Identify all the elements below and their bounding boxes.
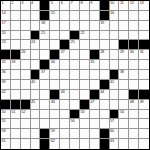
cell-r9c10[interactable]: 44 (100, 90, 110, 100)
cell-r7c1[interactable] (11, 70, 21, 80)
cell-r5c4[interactable] (40, 50, 50, 60)
cell-r12c7[interactable]: 56 (70, 119, 80, 129)
cell-r3c5[interactable] (50, 31, 60, 41)
cell-r8c7[interactable] (70, 80, 80, 90)
cell-r4c3[interactable]: 24 (31, 40, 41, 50)
cell-r10c3[interactable]: 45 (31, 100, 41, 110)
clue-number-10: 10 (110, 1, 114, 6)
cell-r13c1[interactable] (11, 129, 21, 139)
clue-number-42: 42 (2, 90, 6, 95)
cell-r14c3[interactable] (31, 139, 41, 149)
cell-r3c12[interactable] (119, 31, 129, 41)
cell-r11c1[interactable]: 51 (11, 110, 21, 120)
cell-r4c0[interactable]: 23 (1, 40, 11, 50)
clue-number-52: 52 (21, 110, 25, 115)
cell-r9c8[interactable] (80, 90, 90, 100)
cell-r10c13[interactable]: 48 (129, 100, 139, 110)
cell-r1c13[interactable] (129, 11, 139, 21)
cell-r0c13[interactable]: 12 (129, 1, 139, 11)
cell-r7c12[interactable]: 38 (119, 70, 129, 80)
cell-r13c9[interactable] (90, 129, 100, 139)
cell-r11c12[interactable]: 54 (119, 110, 129, 120)
cell-r4c9[interactable] (90, 40, 100, 50)
cell-r6c6[interactable] (60, 60, 70, 70)
cell-r7c6[interactable] (60, 70, 70, 80)
cell-r6c11[interactable] (110, 60, 120, 70)
cell-r8c14[interactable] (139, 80, 149, 90)
cell-r2c9[interactable] (90, 21, 100, 31)
cell-r5c3[interactable] (31, 50, 41, 60)
cell-r14c7[interactable] (70, 139, 80, 149)
cell-r13c3[interactable] (31, 129, 41, 139)
cell-r2c1[interactable] (11, 21, 21, 31)
cell-r11c6[interactable] (60, 110, 70, 120)
black-cell-r0c4 (40, 1, 50, 11)
black-cell-r13c10 (100, 129, 110, 139)
clue-number-35: 35 (90, 60, 94, 65)
cell-r0c14[interactable]: 13 (139, 1, 149, 11)
cell-r14c6[interactable] (60, 139, 70, 149)
clue-number-33: 33 (11, 60, 15, 65)
cell-r2c6[interactable] (60, 21, 70, 31)
cell-r14c2[interactable] (21, 139, 31, 149)
cell-r1c12[interactable] (119, 11, 129, 21)
cell-r8c12[interactable] (119, 80, 129, 90)
cell-r14c9[interactable] (90, 139, 100, 149)
cell-r11c2[interactable]: 52 (21, 110, 31, 120)
cell-r14c13[interactable] (129, 139, 139, 149)
cell-r5c6[interactable]: 27 (60, 50, 70, 60)
clue-number-41: 41 (110, 80, 114, 85)
cell-r4c11[interactable] (110, 40, 120, 50)
cell-r5c14[interactable]: 31 (139, 50, 149, 60)
cell-r10c6[interactable] (60, 100, 70, 110)
cell-r13c2[interactable] (21, 129, 31, 139)
cell-r13c13[interactable] (129, 129, 139, 139)
cell-r8c5[interactable] (50, 80, 60, 90)
clue-number-34: 34 (51, 60, 55, 65)
cell-r11c9[interactable] (90, 110, 100, 120)
cell-r8c4[interactable] (40, 80, 50, 90)
cell-r12c12[interactable] (119, 119, 129, 129)
cell-r5c13[interactable]: 30 (129, 50, 139, 60)
cell-r11c13[interactable] (129, 110, 139, 120)
clue-number-44: 44 (100, 90, 104, 95)
cell-r9c1[interactable] (11, 90, 21, 100)
cell-r13c6[interactable] (60, 129, 70, 139)
cell-r10c5[interactable]: 46 (50, 100, 60, 110)
cell-r5c7[interactable] (70, 50, 80, 60)
cell-r2c3[interactable] (31, 21, 41, 31)
cell-r6c2[interactable] (21, 60, 31, 70)
cell-r12c3[interactable] (31, 119, 41, 129)
cell-r8c1[interactable] (11, 80, 21, 90)
cell-r7c5[interactable] (50, 70, 60, 80)
clue-number-29: 29 (120, 50, 124, 55)
clue-number-55: 55 (2, 119, 6, 124)
clue-number-48: 48 (130, 100, 134, 105)
cell-r11c4[interactable] (40, 110, 50, 120)
cell-r12c8[interactable] (80, 119, 90, 129)
cell-r12c9[interactable] (90, 119, 100, 129)
cell-r0c2[interactable]: 3 (21, 1, 31, 11)
cell-r7c4[interactable]: 37 (40, 70, 50, 80)
clue-number-49: 49 (140, 100, 144, 105)
clue-number-62: 62 (51, 139, 55, 144)
cell-r4c1[interactable] (11, 40, 21, 50)
cell-r0c8[interactable]: 8 (80, 1, 90, 11)
cell-r9c7[interactable] (70, 90, 80, 100)
cell-r1c11[interactable]: 16 (110, 11, 120, 21)
cell-r1c6[interactable] (60, 11, 70, 21)
cell-r12c4[interactable] (40, 119, 50, 129)
clue-number-6: 6 (61, 1, 63, 6)
cell-r12c13[interactable] (129, 119, 139, 129)
cell-r2c7[interactable] (70, 21, 80, 31)
cell-r5c8[interactable] (80, 50, 90, 60)
cell-r7c14[interactable] (139, 70, 149, 80)
cell-r7c9[interactable] (90, 70, 100, 80)
cell-r11c14[interactable] (139, 110, 149, 120)
cell-r11c8[interactable]: 53 (80, 110, 90, 120)
clue-number-31: 31 (140, 50, 144, 55)
cell-r7c13[interactable] (129, 70, 139, 80)
cell-r10c11[interactable] (110, 100, 120, 110)
cell-r6c13[interactable] (129, 60, 139, 70)
cell-r13c8[interactable] (80, 129, 90, 139)
cell-r8c13[interactable] (129, 80, 139, 90)
cell-r0c1[interactable]: 2 (11, 1, 21, 11)
clue-number-47: 47 (90, 100, 94, 105)
cell-r3c9[interactable] (90, 31, 100, 41)
clue-number-20: 20 (2, 31, 6, 36)
cell-r12c10[interactable] (100, 119, 110, 129)
cell-r2c2[interactable] (21, 21, 31, 31)
cell-r10c7[interactable] (70, 100, 80, 110)
cell-r3c8[interactable]: 22 (80, 31, 90, 41)
cell-r13c14[interactable] (139, 129, 149, 139)
cell-r10c9[interactable]: 47 (90, 100, 100, 110)
cell-r12c14[interactable] (139, 119, 149, 129)
clue-number-58: 58 (2, 129, 6, 134)
cell-r1c9[interactable] (90, 11, 100, 21)
cell-r9c6[interactable]: 43 (60, 90, 70, 100)
clue-number-11: 11 (120, 1, 124, 6)
cell-r5c12[interactable]: 29 (119, 50, 129, 60)
clue-number-5: 5 (51, 1, 53, 6)
cell-r14c8[interactable] (80, 139, 90, 149)
cell-r11c10[interactable] (100, 110, 110, 120)
cell-r11c5[interactable] (50, 110, 60, 120)
cell-r0c6[interactable]: 6 (60, 1, 70, 11)
cell-r0c7[interactable]: 7 (70, 1, 80, 11)
black-cell-r14c10 (100, 139, 110, 149)
cell-r0c9[interactable]: 9 (90, 1, 100, 11)
clue-number-8: 8 (80, 1, 82, 6)
crossword-grid: 1234567891011121314151617181920212223242… (0, 0, 150, 150)
cell-r4c8[interactable] (80, 40, 90, 50)
cell-r8c2[interactable] (21, 80, 31, 90)
cell-r3c4[interactable]: 21 (40, 31, 50, 41)
black-cell-r13c4 (40, 129, 50, 139)
clue-number-54: 54 (120, 110, 124, 115)
cell-r13c12[interactable] (119, 129, 129, 139)
clue-number-63: 63 (110, 139, 114, 144)
cell-r8c11[interactable]: 41 (110, 80, 120, 90)
clue-number-61: 61 (2, 139, 6, 144)
clue-number-23: 23 (2, 40, 6, 45)
clue-number-56: 56 (71, 119, 75, 124)
cell-r6c9[interactable]: 35 (90, 60, 100, 70)
cell-r12c1[interactable] (11, 119, 21, 129)
cell-r14c14[interactable] (139, 139, 149, 149)
cell-r3c6[interactable] (60, 31, 70, 41)
cell-r13c7[interactable] (70, 129, 80, 139)
cell-r9c12[interactable] (119, 90, 129, 100)
cell-r6c14[interactable] (139, 60, 149, 70)
clue-number-2: 2 (11, 1, 13, 6)
clue-number-15: 15 (51, 11, 55, 16)
clue-number-22: 22 (80, 31, 84, 36)
clue-number-1: 1 (2, 1, 4, 6)
cell-r9c0[interactable]: 42 (1, 90, 11, 100)
clue-number-45: 45 (31, 100, 35, 105)
cell-r4c5[interactable] (50, 40, 60, 50)
cell-r6c5[interactable]: 34 (50, 60, 60, 70)
cell-r14c0[interactable]: 61 (1, 139, 11, 149)
cell-r1c7[interactable] (70, 11, 80, 21)
cell-r14c12[interactable] (119, 139, 129, 149)
cell-r12c6[interactable] (60, 119, 70, 129)
clue-number-60: 60 (110, 129, 114, 134)
cell-r14c11[interactable]: 63 (110, 139, 120, 149)
clue-number-57: 57 (110, 119, 114, 124)
clue-number-26: 26 (21, 50, 25, 55)
clue-number-21: 21 (41, 31, 45, 36)
cell-r10c10[interactable] (100, 100, 110, 110)
clue-number-53: 53 (80, 110, 84, 115)
cell-r2c13[interactable] (129, 21, 139, 31)
clue-number-14: 14 (2, 11, 6, 16)
cell-r3c10[interactable] (100, 31, 110, 41)
cell-r7c10[interactable] (100, 70, 110, 80)
cell-r1c1[interactable] (11, 11, 21, 21)
cell-r8c9[interactable] (90, 80, 100, 90)
cell-r7c8[interactable] (80, 70, 90, 80)
clue-number-17: 17 (2, 21, 6, 26)
cell-r3c1[interactable] (11, 31, 21, 41)
cell-r8c8[interactable] (80, 80, 90, 90)
cell-r1c5[interactable]: 15 (50, 11, 60, 21)
clue-number-19: 19 (100, 21, 104, 26)
clue-number-28: 28 (100, 50, 104, 55)
cell-r1c2[interactable] (21, 11, 31, 21)
cell-r6c8[interactable] (80, 60, 90, 70)
cell-r2c10[interactable]: 19 (100, 21, 110, 31)
black-cell-r14c4 (40, 139, 50, 149)
clue-number-43: 43 (61, 90, 65, 95)
cell-r7c7[interactable] (70, 70, 80, 80)
clue-number-59: 59 (51, 129, 55, 134)
clue-number-24: 24 (31, 40, 35, 45)
clue-number-25: 25 (71, 40, 75, 45)
cell-r5c10[interactable]: 28 (100, 50, 110, 60)
cell-r12c2[interactable] (21, 119, 31, 129)
clue-number-50: 50 (2, 110, 6, 115)
clue-number-12: 12 (130, 1, 134, 6)
cell-r7c2[interactable] (21, 70, 31, 80)
clue-number-18: 18 (41, 21, 45, 26)
cell-r5c11[interactable] (110, 50, 120, 60)
cell-r5c2[interactable]: 26 (21, 50, 31, 60)
cell-r6c7[interactable] (70, 60, 80, 70)
cell-r6c3[interactable] (31, 60, 41, 70)
cell-r14c1[interactable] (11, 139, 21, 149)
cell-r6c10[interactable] (100, 60, 110, 70)
cell-r14c5[interactable]: 62 (50, 139, 60, 149)
cell-r6c1[interactable]: 33 (11, 60, 21, 70)
clue-number-46: 46 (51, 100, 55, 105)
cell-r2c14[interactable] (139, 21, 149, 31)
cell-r3c11[interactable] (110, 31, 120, 41)
clue-number-51: 51 (11, 110, 15, 115)
cell-r1c14[interactable] (139, 11, 149, 21)
clue-number-4: 4 (31, 1, 33, 6)
cell-r9c11[interactable] (110, 90, 120, 100)
clue-number-39: 39 (2, 80, 6, 85)
cell-r10c14[interactable]: 49 (139, 100, 149, 110)
cell-r2c12[interactable] (119, 21, 129, 31)
clue-number-7: 7 (71, 1, 73, 6)
clue-number-32: 32 (2, 60, 6, 65)
cell-r9c4[interactable] (40, 90, 50, 100)
clue-number-40: 40 (31, 80, 35, 85)
cell-r4c7[interactable]: 25 (70, 40, 80, 50)
cell-r11c3[interactable] (31, 110, 41, 120)
cell-r1c8[interactable] (80, 11, 90, 21)
cell-r2c11[interactable] (110, 21, 120, 31)
black-cell-r0c10 (100, 1, 110, 11)
clue-number-27: 27 (61, 50, 65, 55)
cell-r3c13[interactable] (129, 31, 139, 41)
cell-r8c3[interactable]: 40 (31, 80, 41, 90)
cell-r4c4[interactable] (40, 40, 50, 50)
clue-number-38: 38 (120, 70, 124, 75)
cell-r3c14[interactable] (139, 31, 149, 41)
cell-r1c3[interactable] (31, 11, 41, 21)
cell-r3c2[interactable] (21, 31, 31, 41)
clue-number-30: 30 (130, 50, 134, 55)
cell-r2c5[interactable] (50, 21, 60, 31)
clue-number-9: 9 (90, 1, 92, 6)
clue-number-37: 37 (41, 70, 45, 75)
cell-r0c12[interactable]: 11 (119, 1, 129, 11)
cell-r9c2[interactable] (21, 90, 31, 100)
clue-number-3: 3 (21, 1, 23, 6)
clue-number-36: 36 (2, 70, 6, 75)
cell-r10c4[interactable] (40, 100, 50, 110)
cell-r0c3[interactable]: 4 (31, 1, 41, 11)
clue-number-13: 13 (140, 1, 144, 6)
clue-number-16: 16 (110, 11, 114, 16)
